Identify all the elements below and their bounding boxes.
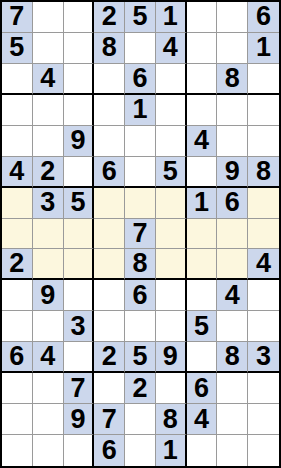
cell-r10c4-empty[interactable] [94,280,125,311]
cell-r7c2-given-3[interactable]: 3 [33,188,64,219]
cell-r11c8-empty[interactable] [217,311,248,342]
cell-r12c7-empty[interactable] [187,342,218,373]
cell-r8c6-empty[interactable] [156,219,187,250]
cell-r7c4-empty[interactable] [94,188,125,219]
cell-r10c8-given-4[interactable]: 4 [217,280,248,311]
cell-r5c6-empty[interactable] [156,126,187,157]
cell-r1c8-empty[interactable] [217,2,248,33]
cell-r3c1-empty[interactable] [2,64,33,95]
cell-r13c4-empty[interactable] [94,373,125,404]
cell-r12c4-given-2[interactable]: 2 [94,342,125,373]
cell-r12c2-given-4[interactable]: 4 [33,342,64,373]
cell-r1c6-given-1[interactable]: 1 [156,2,187,33]
cell-r1c7-empty[interactable] [187,2,218,33]
cell-r8c4-empty[interactable] [94,219,125,250]
cell-r7c3-given-5[interactable]: 5 [64,188,95,219]
cell-r2c4-given-8[interactable]: 8 [94,33,125,64]
cell-r11c3-given-3[interactable]: 3 [64,311,95,342]
cell-r4c3-empty[interactable] [64,95,95,126]
cell-r9c4-empty[interactable] [94,249,125,280]
cell-r9c8-empty[interactable] [217,249,248,280]
cell-r3c5-given-6[interactable]: 6 [125,64,156,95]
cell-r15c2-empty[interactable] [33,435,64,466]
cell-r1c5-given-5[interactable]: 5 [125,2,156,33]
cell-r15c6-given-1[interactable]: 1 [156,435,187,466]
cell-r9c9-given-4[interactable]: 4 [248,249,279,280]
cell-r3c8-given-8[interactable]: 8 [217,64,248,95]
cell-r3c6-empty[interactable] [156,64,187,95]
cell-r14c4-given-7[interactable]: 7 [94,404,125,435]
cell-r6c1-given-4[interactable]: 4 [2,157,33,188]
cell-r5c2-empty[interactable] [33,126,64,157]
cell-r8c3-empty[interactable] [64,219,95,250]
cell-r2c9-given-1[interactable]: 1 [248,33,279,64]
cell-r9c2-empty[interactable] [33,249,64,280]
cell-r15c1-empty[interactable] [2,435,33,466]
cell-r4c2-empty[interactable] [33,95,64,126]
cell-r14c3-given-9[interactable]: 9 [64,404,95,435]
cell-r13c8-empty[interactable] [217,373,248,404]
cell-r2c2-empty[interactable] [33,33,64,64]
cell-r4c8-empty[interactable] [217,95,248,126]
cell-r7c1-empty[interactable] [2,188,33,219]
cell-r10c2-given-9[interactable]: 9 [33,280,64,311]
cell-r9c5-given-8[interactable]: 8 [125,249,156,280]
cell-r6c3-empty[interactable] [64,157,95,188]
cell-r2c6-given-4[interactable]: 4 [156,33,187,64]
cell-r8c9-empty[interactable] [248,219,279,250]
cell-r9c6-empty[interactable] [156,249,187,280]
cell-r5c3-given-9[interactable]: 9 [64,126,95,157]
cell-r1c2-empty[interactable] [33,2,64,33]
cell-r12c8-given-8[interactable]: 8 [217,342,248,373]
cell-r13c7-given-6[interactable]: 6 [187,373,218,404]
cell-r4c5-given-1[interactable]: 1 [125,95,156,126]
cell-r6c5-empty[interactable] [125,157,156,188]
cell-r10c9-empty[interactable] [248,280,279,311]
cell-r14c2-empty[interactable] [33,404,64,435]
cell-r6c2-given-2[interactable]: 2 [33,157,64,188]
cell-r3c7-empty[interactable] [187,64,218,95]
cell-r4c4-empty[interactable] [94,95,125,126]
cell-r14c1-empty[interactable] [2,404,33,435]
cell-r4c1-empty[interactable] [2,95,33,126]
cell-r5c7-given-4[interactable]: 4 [187,126,218,157]
cell-r13c2-empty[interactable] [33,373,64,404]
cell-r10c7-empty[interactable] [187,280,218,311]
cell-r2c5-empty[interactable] [125,33,156,64]
cell-r12c6-given-9[interactable]: 9 [156,342,187,373]
cell-r11c2-empty[interactable] [33,311,64,342]
cell-r15c3-empty[interactable] [64,435,95,466]
cell-r14c6-given-8[interactable]: 8 [156,404,187,435]
cell-r8c5-given-7[interactable]: 7 [125,219,156,250]
cell-r11c9-empty[interactable] [248,311,279,342]
cell-r12c5-given-5[interactable]: 5 [125,342,156,373]
sudoku-board: 7251658414681944265983516728496435642598… [0,0,281,468]
cell-r3c4-empty[interactable] [94,64,125,95]
cell-r1c3-empty[interactable] [64,2,95,33]
cell-r5c1-empty[interactable] [2,126,33,157]
cell-r10c3-empty[interactable] [64,280,95,311]
cell-r2c7-empty[interactable] [187,33,218,64]
cell-r15c8-empty[interactable] [217,435,248,466]
cell-r10c6-empty[interactable] [156,280,187,311]
cell-r5c9-empty[interactable] [248,126,279,157]
cell-r6c9-given-8[interactable]: 8 [248,157,279,188]
cell-r10c5-given-6[interactable]: 6 [125,280,156,311]
cell-r9c1-given-2[interactable]: 2 [2,249,33,280]
cell-r11c1-empty[interactable] [2,311,33,342]
cell-r13c3-given-7[interactable]: 7 [64,373,95,404]
cell-r15c4-given-6[interactable]: 6 [94,435,125,466]
cell-r12c3-empty[interactable] [64,342,95,373]
cell-r13c9-empty[interactable] [248,373,279,404]
cell-r6c4-given-6[interactable]: 6 [94,157,125,188]
cell-r4c9-empty[interactable] [248,95,279,126]
cell-r13c5-given-2[interactable]: 2 [125,373,156,404]
cell-r8c7-empty[interactable] [187,219,218,250]
cell-r13c6-empty[interactable] [156,373,187,404]
cell-r4c7-empty[interactable] [187,95,218,126]
cell-r2c3-empty[interactable] [64,33,95,64]
cell-r11c4-empty[interactable] [94,311,125,342]
cell-r3c9-empty[interactable] [248,64,279,95]
cell-r6c8-given-9[interactable]: 9 [217,157,248,188]
cell-r7c8-given-6[interactable]: 6 [217,188,248,219]
cell-r9c3-empty[interactable] [64,249,95,280]
cell-r8c8-empty[interactable] [217,219,248,250]
cell-r14c7-given-4[interactable]: 4 [187,404,218,435]
cell-r15c7-empty[interactable] [187,435,218,466]
cell-r7c5-empty[interactable] [125,188,156,219]
cell-r5c8-empty[interactable] [217,126,248,157]
cell-r5c5-empty[interactable] [125,126,156,157]
cell-r15c5-empty[interactable] [125,435,156,466]
cell-r6c6-given-5[interactable]: 5 [156,157,187,188]
cell-r14c8-empty[interactable] [217,404,248,435]
cell-r11c6-empty[interactable] [156,311,187,342]
cell-r11c5-empty[interactable] [125,311,156,342]
cell-r14c5-empty[interactable] [125,404,156,435]
cell-r12c1-given-6[interactable]: 6 [2,342,33,373]
cell-r9c7-empty[interactable] [187,249,218,280]
cell-r13c1-empty[interactable] [2,373,33,404]
cell-r15c9-empty[interactable] [248,435,279,466]
cell-r7c6-empty[interactable] [156,188,187,219]
cell-r2c8-empty[interactable] [217,33,248,64]
cell-r10c1-empty[interactable] [2,280,33,311]
puzzle-page: 7251658414681944265983516728496435642598… [0,0,281,468]
cell-r7c9-empty[interactable] [248,188,279,219]
cell-r3c3-empty[interactable] [64,64,95,95]
cell-r4c6-empty[interactable] [156,95,187,126]
cell-r3c2-given-4[interactable]: 4 [33,64,64,95]
cell-r2c1-given-5[interactable]: 5 [2,33,33,64]
cell-r11c7-given-5[interactable]: 5 [187,311,218,342]
cell-r14c9-empty[interactable] [248,404,279,435]
cell-r1c4-given-2[interactable]: 2 [94,2,125,33]
cell-r5c4-empty[interactable] [94,126,125,157]
cell-r6c7-empty[interactable] [187,157,218,188]
cell-r1c1-given-7[interactable]: 7 [2,2,33,33]
cell-r8c2-empty[interactable] [33,219,64,250]
cell-r12c9-given-3[interactable]: 3 [248,342,279,373]
cell-r1c9-given-6[interactable]: 6 [248,2,279,33]
cell-r7c7-given-1[interactable]: 1 [187,188,218,219]
cell-r8c1-empty[interactable] [2,219,33,250]
